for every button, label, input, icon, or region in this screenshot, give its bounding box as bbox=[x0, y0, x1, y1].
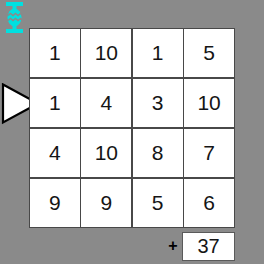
grid-cell-r4c2[interactable]: 9 bbox=[81, 179, 131, 227]
grid-cell-r2c4[interactable]: 10 bbox=[184, 79, 234, 127]
grid-cell-r4c3[interactable]: 5 bbox=[133, 179, 183, 227]
grid-cell-r2c1[interactable]: 1 bbox=[30, 79, 80, 127]
grid-cell-r2c3[interactable]: 3 bbox=[133, 79, 183, 127]
grid-cell-r1c1[interactable]: 1 bbox=[30, 29, 80, 77]
grid-cell-r3c3[interactable]: 8 bbox=[133, 129, 183, 177]
grid-cell-r2c2[interactable]: 4 bbox=[81, 79, 131, 127]
grid-cell-r3c2[interactable]: 10 bbox=[81, 129, 131, 177]
sum-plus-sign: + bbox=[163, 232, 183, 260]
grid-cell-r4c1[interactable]: 9 bbox=[30, 179, 80, 227]
grid-cell-r3c4[interactable]: 7 bbox=[184, 129, 234, 177]
hourglass-timer-icon bbox=[5, 2, 24, 33]
number-grid: 1 10 1 5 1 4 3 10 4 10 8 7 9 9 5 6 bbox=[29, 28, 235, 228]
grid-cell-r1c4[interactable]: 5 bbox=[184, 29, 234, 77]
game-window: 1 10 1 5 1 4 3 10 4 10 8 7 9 9 5 6 + 37 bbox=[0, 0, 264, 264]
grid-cell-r1c3[interactable]: 1 bbox=[133, 29, 183, 77]
grid-cell-r3c1[interactable]: 4 bbox=[30, 129, 80, 177]
sum-total-display: 37 bbox=[182, 232, 235, 261]
grid-cell-r1c2[interactable]: 10 bbox=[81, 29, 131, 77]
grid-cell-r4c4[interactable]: 6 bbox=[184, 179, 234, 227]
